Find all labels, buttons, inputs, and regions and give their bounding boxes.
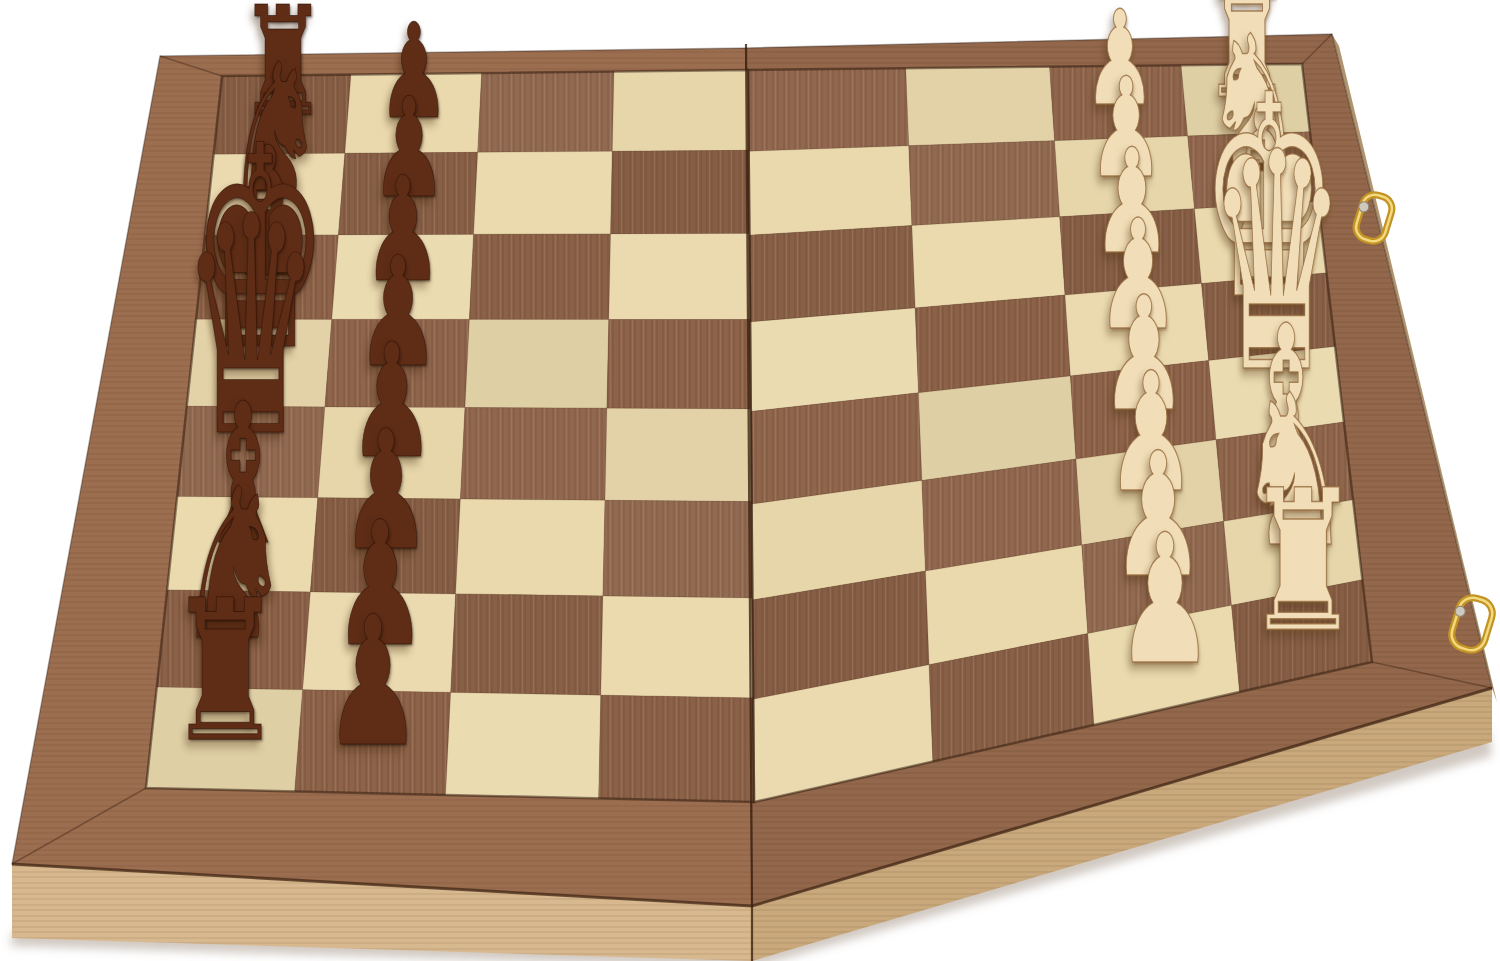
square-grain-g1: [1188, 132, 1318, 209]
square-d5: [605, 408, 752, 501]
square-grain-b8: [157, 590, 311, 690]
square-h5: [612, 70, 748, 151]
square-g6: [474, 151, 613, 234]
square-grain-e1: [1202, 273, 1336, 361]
square-a8: [146, 687, 303, 791]
square-h3: [906, 67, 1055, 146]
square-f1: [1195, 201, 1327, 283]
chess-board: [0, 0, 1500, 961]
square-b7: [303, 592, 456, 693]
square-grain-c7: [310, 498, 460, 594]
square-f5: [609, 233, 750, 319]
square-g4: [749, 146, 912, 236]
square-c8: [167, 497, 318, 592]
square-g2: [1055, 136, 1195, 217]
square-grain-b6: [451, 594, 603, 695]
square-grain-f4: [749, 226, 915, 322]
chess-set-product-photo: ♜♞♝♛♚♝♞♜♟♟♟♟♟♟♟♟♟♟♟♟♟♟♟♟♜♞♝♛♚♝♞♜: [0, 0, 1500, 961]
square-grain-e5: [607, 320, 751, 409]
square-grain-f2: [1060, 209, 1202, 295]
square-grain-f8: [196, 235, 338, 320]
square-f7: [332, 234, 474, 319]
square-grain-g3: [909, 141, 1060, 226]
square-grain-h6: [478, 72, 614, 153]
square-grain-h4: [748, 68, 909, 151]
square-h7: [345, 73, 482, 153]
square-e2: [1065, 284, 1209, 376]
square-f3: [912, 217, 1065, 308]
square-grain-a7: [295, 690, 451, 795]
square-grain-a5: [599, 695, 754, 802]
square-a6: [446, 692, 601, 798]
square-grain-d6: [460, 408, 607, 501]
square-d7: [318, 407, 465, 499]
square-grain-h2: [1050, 65, 1188, 140]
square-grain-f6: [469, 234, 610, 320]
square-grain-d8: [177, 406, 325, 497]
square-grain-c5: [603, 500, 752, 598]
square-c6: [456, 499, 605, 596]
square-grain-e7: [325, 319, 470, 407]
square-b5: [601, 596, 753, 698]
square-g8: [205, 153, 345, 235]
square-e8: [187, 319, 332, 407]
square-grain-g5: [611, 150, 750, 234]
square-grain-h8: [214, 75, 351, 155]
square-h1: [1181, 64, 1310, 136]
square-grain-g7: [338, 152, 477, 235]
square-e6: [465, 319, 609, 408]
